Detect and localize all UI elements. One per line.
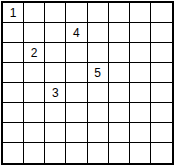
grid-cell-r7c3[interactable] (66, 143, 87, 163)
grid-cell-r3c3[interactable] (66, 63, 87, 83)
grid-cell-r6c2[interactable] (45, 123, 66, 143)
grid-cell-r6c0[interactable] (3, 123, 24, 143)
grid-cell-r3c1[interactable] (24, 63, 45, 83)
grid-cell-r1c5[interactable] (109, 23, 130, 43)
puzzle-board: 14253 (1, 1, 174, 165)
grid-cell-r5c3[interactable] (66, 103, 87, 123)
grid-cell-r6c1[interactable] (24, 123, 45, 143)
grid-cell-r0c1[interactable] (24, 3, 45, 23)
grid-cell-r3c0[interactable] (3, 63, 24, 83)
grid-cell-r2c0[interactable] (3, 43, 24, 63)
grid-cell-r0c3[interactable] (66, 3, 87, 23)
grid-cell-r2c6[interactable] (130, 43, 151, 63)
clue-digit: 1 (10, 7, 17, 19)
grid-cell-r5c1[interactable] (24, 103, 45, 123)
grid-cell-r2c5[interactable] (109, 43, 130, 63)
clue-digit: 3 (52, 87, 59, 99)
grid-cell-r1c6[interactable] (130, 23, 151, 43)
grid-cell-r7c1[interactable] (24, 143, 45, 163)
grid-cell-r1c0[interactable] (3, 23, 24, 43)
grid-cell-r0c4[interactable] (88, 3, 109, 23)
grid-cell-r4c6[interactable] (130, 83, 151, 103)
grid-cell-r0c2[interactable] (45, 3, 66, 23)
grid-cell-r7c0[interactable] (3, 143, 24, 163)
grid-cell-r2c3[interactable] (66, 43, 87, 63)
grid-cell-r1c4[interactable] (88, 23, 109, 43)
grid-cell-r4c0[interactable] (3, 83, 24, 103)
grid-cell-r4c7[interactable] (151, 83, 172, 103)
grid-cell-r3c2[interactable] (45, 63, 66, 83)
grid-cell-r4c2[interactable]: 3 (45, 83, 66, 103)
grid-cell-r5c7[interactable] (151, 103, 172, 123)
grid-cell-r0c5[interactable] (109, 3, 130, 23)
clue-digit: 4 (73, 27, 80, 39)
grid-cell-r4c1[interactable] (24, 83, 45, 103)
grid-cell-r3c6[interactable] (130, 63, 151, 83)
grid-cell-r2c2[interactable] (45, 43, 66, 63)
grid-cell-r1c1[interactable] (24, 23, 45, 43)
grid-cell-r1c7[interactable] (151, 23, 172, 43)
grid-cell-r0c7[interactable] (151, 3, 172, 23)
grid-cell-r3c5[interactable] (109, 63, 130, 83)
grid-cell-r5c2[interactable] (45, 103, 66, 123)
grid-cell-r7c4[interactable] (88, 143, 109, 163)
clue-digit: 5 (94, 67, 101, 79)
grid-cell-r6c7[interactable] (151, 123, 172, 143)
grid-cell-r2c4[interactable] (88, 43, 109, 63)
grid-cell-r1c2[interactable] (45, 23, 66, 43)
grid-cell-r3c7[interactable] (151, 63, 172, 83)
grid-cell-r2c1[interactable]: 2 (24, 43, 45, 63)
clue-digit: 2 (31, 47, 38, 59)
grid-cell-r5c5[interactable] (109, 103, 130, 123)
grid-cell-r5c6[interactable] (130, 103, 151, 123)
grid-cell-r7c2[interactable] (45, 143, 66, 163)
grid-cell-r5c0[interactable] (3, 103, 24, 123)
grid-cell-r4c3[interactable] (66, 83, 87, 103)
grid-cell-r3c4[interactable]: 5 (88, 63, 109, 83)
grid-cell-r4c4[interactable] (88, 83, 109, 103)
grid-cell-r7c5[interactable] (109, 143, 130, 163)
grid-cell-r6c3[interactable] (66, 123, 87, 143)
grid-cell-r6c4[interactable] (88, 123, 109, 143)
grid-cell-r2c7[interactable] (151, 43, 172, 63)
grid-cell-r1c3[interactable]: 4 (66, 23, 87, 43)
grid-cell-r4c5[interactable] (109, 83, 130, 103)
grid-cell-r7c7[interactable] (151, 143, 172, 163)
grid-cell-r6c5[interactable] (109, 123, 130, 143)
grid-cell-r5c4[interactable] (88, 103, 109, 123)
grid-cell-r0c6[interactable] (130, 3, 151, 23)
grid-cell-r7c6[interactable] (130, 143, 151, 163)
grid-cell-r0c0[interactable]: 1 (3, 3, 24, 23)
grid-cell-r6c6[interactable] (130, 123, 151, 143)
